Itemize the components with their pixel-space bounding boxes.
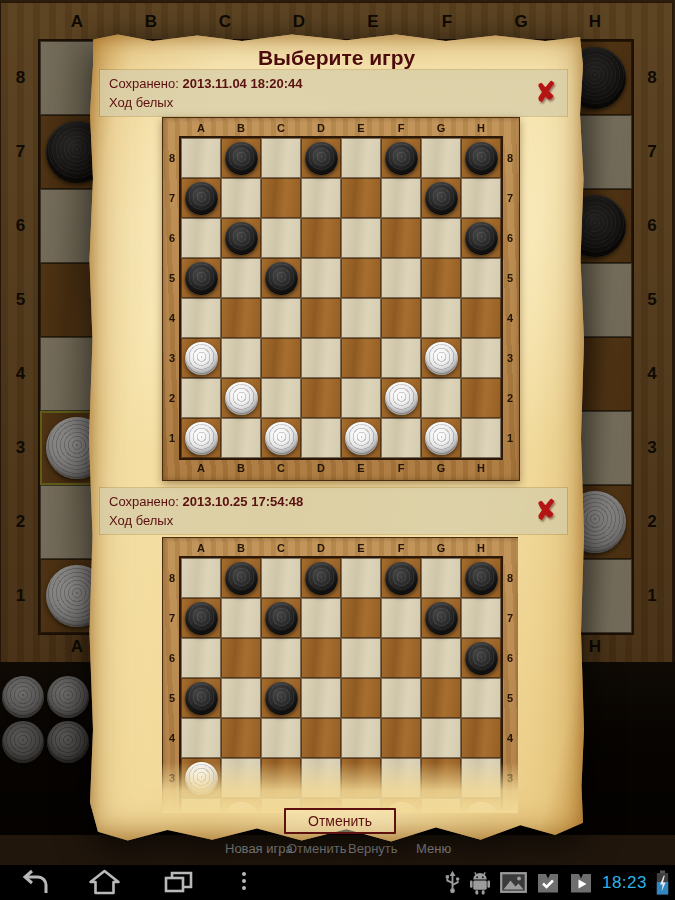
square-c3: [261, 338, 301, 378]
rank-label: 1: [501, 418, 519, 458]
menu-undo[interactable]: Отменить: [287, 841, 346, 856]
delete-save-1-button[interactable]: ✘: [529, 74, 562, 111]
square-h5: [461, 678, 501, 718]
square-g5: [421, 258, 461, 298]
square-b5: [221, 258, 261, 298]
square-g8: [421, 558, 461, 598]
square-c8: [261, 138, 301, 178]
file-label: C: [261, 458, 301, 480]
square-d7: [301, 598, 341, 638]
square-h7: [461, 598, 501, 638]
square-d2: [301, 378, 341, 418]
save-info-text-2: Сохранено: 2013.10.25 17:54:48 Ход белых: [109, 492, 303, 530]
square-c6: [261, 218, 301, 258]
square-c8: [261, 558, 301, 598]
square-d1: [301, 418, 341, 458]
rank-label: 7: [163, 178, 181, 218]
save-info-text-1: Сохранено: 2013.11.04 18:20:44 Ход белых: [109, 74, 303, 112]
square-c2: [261, 378, 301, 418]
square-c4: [261, 298, 301, 338]
black-man-g7: [425, 182, 458, 215]
rank-label: 7: [501, 178, 519, 218]
square-e2: [341, 378, 381, 418]
file-label: A: [181, 118, 221, 138]
rank-label: 6: [163, 638, 181, 678]
file-label: F: [381, 538, 421, 558]
file-label: D: [301, 538, 341, 558]
square-a4: [181, 298, 221, 338]
choose-game-dialog: Выберите игру Сохранено: 2013.11.04 18:2…: [88, 33, 585, 843]
rank-label: 7: [501, 598, 518, 638]
rank-label: 8: [163, 558, 181, 598]
square-g6: [421, 638, 461, 678]
square-e6: [341, 218, 381, 258]
file-label: D: [301, 118, 341, 138]
saved-board-2[interactable]: AA88BB77CC66DD55EE44FF33GG22HH11: [162, 537, 518, 813]
file-label: A: [181, 538, 221, 558]
square-f7: [381, 178, 421, 218]
square-f5: [381, 678, 421, 718]
square-a8: [181, 138, 221, 178]
square-f5: [381, 258, 421, 298]
square-h2: [461, 378, 501, 418]
black-man-a5: [185, 262, 218, 295]
black-man-a7: [185, 602, 218, 635]
file-label: B: [221, 118, 261, 138]
file-label: H: [461, 118, 501, 138]
black-man-g7: [425, 602, 458, 635]
white-man-g3: [425, 342, 458, 375]
bag-play-icon: [569, 871, 593, 895]
black-man-a5: [185, 682, 218, 715]
square-g6: [421, 218, 461, 258]
square-c7: [261, 178, 301, 218]
file-label: G: [421, 118, 461, 138]
square-d5: [301, 678, 341, 718]
square-f6: [381, 638, 421, 678]
file-label: G: [421, 458, 461, 480]
square-a4: [181, 718, 221, 758]
square-g4: [421, 718, 461, 758]
black-man-c5: [265, 262, 298, 295]
rank-label: 6: [501, 638, 518, 678]
black-man-d8: [305, 142, 338, 175]
square-d6: [301, 218, 341, 258]
menu-menu[interactable]: Меню: [416, 841, 451, 856]
menu-redo[interactable]: Вернуть: [348, 841, 398, 856]
square-g2: [421, 378, 461, 418]
square-g5: [421, 678, 461, 718]
status-icons: 18:23: [445, 865, 669, 900]
square-d7: [301, 178, 341, 218]
rank-label: 8: [501, 558, 518, 598]
square-d4: [301, 298, 341, 338]
battery-charging-icon: [656, 870, 669, 895]
rank-label: 5: [163, 258, 181, 298]
menu-new-game[interactable]: Новая игра: [225, 841, 293, 856]
square-b6: [221, 638, 261, 678]
clock: 18:23: [602, 873, 647, 893]
square-e4: [341, 718, 381, 758]
file-label: H: [461, 458, 501, 480]
black-man-a7: [185, 182, 218, 215]
square-h4: [461, 718, 501, 758]
file-label: F: [381, 458, 421, 480]
black-man-h6: [465, 222, 498, 255]
square-f3: [381, 338, 421, 378]
rank-label: 6: [501, 218, 519, 258]
white-man-c1: [265, 422, 298, 455]
white-man-a3: [185, 342, 218, 375]
rank-label: 3: [163, 338, 181, 378]
rank-label: 5: [163, 678, 181, 718]
file-label: B: [221, 458, 261, 480]
file-label: F: [381, 118, 421, 138]
recents-icon[interactable]: [163, 869, 194, 895]
file-label: E: [341, 118, 381, 138]
rank-label: 6: [163, 218, 181, 258]
black-man-c7: [265, 602, 298, 635]
black-man-b8: [225, 142, 258, 175]
square-e5: [341, 678, 381, 718]
black-man-b8: [225, 562, 258, 595]
square-b1: [221, 418, 261, 458]
black-man-h8: [465, 142, 498, 175]
rank-label: 8: [501, 138, 519, 178]
file-label: G: [421, 538, 461, 558]
square-e8: [341, 558, 381, 598]
square-b7: [221, 598, 261, 638]
square-a8: [181, 558, 221, 598]
square-f6: [381, 218, 421, 258]
screen: AA88BB77CC66DD55EE44FF33GG22HH11 Новая и…: [0, 0, 675, 900]
square-h1: [461, 418, 501, 458]
square-e4: [341, 298, 381, 338]
square-b7: [221, 178, 261, 218]
square-d4: [301, 718, 341, 758]
square-e6: [341, 638, 381, 678]
square-g4: [421, 298, 461, 338]
square-b5: [221, 678, 261, 718]
square-a2: [181, 378, 221, 418]
white-man-a1: [185, 422, 218, 455]
black-man-f8: [385, 562, 418, 595]
square-c4: [261, 718, 301, 758]
rank-label: 4: [163, 298, 181, 338]
square-b4: [221, 298, 261, 338]
file-label: H: [461, 538, 501, 558]
home-icon[interactable]: [88, 869, 121, 895]
square-d5: [301, 258, 341, 298]
white-man-f2: [385, 382, 418, 415]
back-icon[interactable]: [17, 869, 51, 895]
rank-label: 5: [501, 258, 519, 298]
file-label: C: [261, 118, 301, 138]
square-e5: [341, 258, 381, 298]
square-d3: [301, 338, 341, 378]
file-label: B: [221, 538, 261, 558]
file-label: D: [301, 458, 341, 480]
file-label: A: [181, 458, 221, 480]
rank-label: 8: [163, 138, 181, 178]
square-e3: [341, 338, 381, 378]
file-label: E: [341, 538, 381, 558]
dialog-title: Выберите игру: [88, 46, 585, 70]
square-g8: [421, 138, 461, 178]
square-e8: [341, 138, 381, 178]
square-f4: [381, 298, 421, 338]
square-a6: [181, 218, 221, 258]
black-man-b6: [225, 222, 258, 255]
overflow-menu-icon[interactable]: [242, 872, 247, 893]
file-label: E: [341, 458, 381, 480]
square-e7: [341, 178, 381, 218]
square-f7: [381, 598, 421, 638]
square-e7: [341, 598, 381, 638]
square-h5: [461, 258, 501, 298]
rank-label: 2: [163, 378, 181, 418]
rank-label: 4: [163, 718, 181, 758]
usb-icon: [445, 870, 460, 895]
square-h3: [461, 338, 501, 378]
rank-label: 1: [163, 418, 181, 458]
saved-board-1[interactable]: AA88BB77CC66DD55EE44FF33GG22HH11: [162, 117, 520, 481]
square-a6: [181, 638, 221, 678]
square-f4: [381, 718, 421, 758]
android-nav-bar: 18:23: [0, 865, 675, 900]
square-b3: [221, 338, 261, 378]
rank-label: 7: [163, 598, 181, 638]
file-label: C: [261, 538, 301, 558]
white-man-g1: [425, 422, 458, 455]
square-h4: [461, 298, 501, 338]
rank-label: 5: [501, 678, 518, 718]
square-h7: [461, 178, 501, 218]
white-man-b2: [225, 382, 258, 415]
black-man-d8: [305, 562, 338, 595]
parchment-fade: [162, 762, 518, 813]
rank-label: 4: [501, 718, 518, 758]
cancel-button[interactable]: Отменить: [284, 808, 396, 834]
square-f1: [381, 418, 421, 458]
rank-label: 2: [501, 378, 519, 418]
black-man-h8: [465, 562, 498, 595]
black-man-h6: [465, 642, 498, 675]
square-c6: [261, 638, 301, 678]
android-debug-icon: [469, 870, 491, 895]
delete-save-2-button[interactable]: ✘: [529, 492, 562, 529]
black-man-c5: [265, 682, 298, 715]
rank-label: 3: [501, 338, 519, 378]
black-man-f8: [385, 142, 418, 175]
square-b4: [221, 718, 261, 758]
square-d6: [301, 638, 341, 678]
rank-label: 4: [501, 298, 519, 338]
save-info-strip-1: Сохранено: 2013.11.04 18:20:44 Ход белых…: [100, 70, 567, 116]
gallery-icon: [500, 872, 527, 893]
bag-check-icon: [536, 871, 560, 895]
white-man-e1: [345, 422, 378, 455]
save-info-strip-2: Сохранено: 2013.10.25 17:54:48 Ход белых…: [100, 488, 567, 534]
